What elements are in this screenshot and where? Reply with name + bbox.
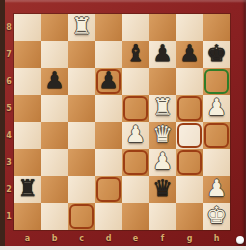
square-f5[interactable]: ♜ [149,95,176,122]
square-c4[interactable] [68,122,95,149]
square-h4[interactable] [203,122,230,149]
square-d1[interactable] [95,203,122,230]
rank-label-4: 4 [4,122,14,149]
square-b5[interactable] [41,95,68,122]
file-label-e: e [122,233,149,245]
square-g4[interactable] [176,122,203,149]
highlight-outline-e5 [123,96,148,121]
piece-black-rook-a2[interactable]: ♜ [17,177,38,200]
square-h6[interactable] [203,68,230,95]
square-b4[interactable] [41,122,68,149]
file-label-g: g [176,233,203,245]
square-b3[interactable] [41,149,68,176]
piece-white-pawn-f3[interactable]: ♟ [152,150,173,173]
square-g7[interactable]: ♟ [176,41,203,68]
chessboard: ♜♝♟♟♚♟♟♜♟♟♛♟♜♛♟♚ [14,14,230,230]
square-d2[interactable] [95,176,122,203]
rank-label-7: 7 [4,41,14,68]
square-c5[interactable] [68,95,95,122]
square-d5[interactable] [95,95,122,122]
square-g1[interactable] [176,203,203,230]
file-label-f: f [149,233,176,245]
rank-label-1: 1 [4,203,14,230]
page-bottom-edge [0,246,246,250]
square-d4[interactable] [95,122,122,149]
square-c6[interactable] [68,68,95,95]
square-a4[interactable] [14,122,41,149]
file-label-a: a [14,233,41,245]
square-c8[interactable]: ♜ [68,14,95,41]
square-a7[interactable] [14,41,41,68]
rank-label-5: 5 [4,95,14,122]
highlight-outline-g4 [177,123,202,148]
square-f6[interactable] [149,68,176,95]
square-c3[interactable] [68,149,95,176]
square-f2[interactable]: ♛ [149,176,176,203]
square-b1[interactable] [41,203,68,230]
highlight-outline-e3 [123,150,148,175]
square-a6[interactable] [14,68,41,95]
rank-label-8: 8 [4,14,14,41]
chessboard-frame: ♜♝♟♟♚♟♟♜♟♟♛♟♜♛♟♚ 87654321 abcdefgh [0,0,246,250]
square-f1[interactable] [149,203,176,230]
highlight-outline-h4 [204,123,229,148]
rank-label-3: 3 [4,149,14,176]
rank-label-6: 6 [4,68,14,95]
square-h5[interactable]: ♟ [203,95,230,122]
highlight-outline-c1 [69,204,94,229]
square-e3[interactable] [122,149,149,176]
square-g5[interactable] [176,95,203,122]
piece-white-queen-f4[interactable]: ♛ [152,123,173,146]
square-h1[interactable]: ♚ [203,203,230,230]
highlight-outline-d2 [96,177,121,202]
highlight-outline-g3 [177,150,202,175]
square-a8[interactable] [14,14,41,41]
square-d8[interactable] [95,14,122,41]
file-label-d: d [95,233,122,245]
square-h2[interactable]: ♟ [203,176,230,203]
square-d3[interactable] [95,149,122,176]
piece-black-pawn-d6[interactable]: ♟ [98,69,119,92]
piece-white-pawn-h5[interactable]: ♟ [206,96,227,119]
piece-white-rook-f5[interactable]: ♜ [152,96,173,119]
square-a3[interactable] [14,149,41,176]
piece-white-king-h1[interactable]: ♚ [206,204,227,227]
square-e4[interactable]: ♟ [122,122,149,149]
highlight-green-h6 [204,69,229,94]
highlight-outline-g5 [177,96,202,121]
square-g8[interactable] [176,14,203,41]
square-e5[interactable] [122,95,149,122]
square-b6[interactable]: ♟ [41,68,68,95]
square-c7[interactable] [68,41,95,68]
square-h8[interactable] [203,14,230,41]
piece-black-pawn-g7[interactable]: ♟ [179,42,200,65]
square-c1[interactable] [68,203,95,230]
square-b2[interactable] [41,176,68,203]
square-a1[interactable] [14,203,41,230]
square-g3[interactable] [176,149,203,176]
file-label-b: b [41,233,68,245]
square-h3[interactable] [203,149,230,176]
white-to-move-indicator [236,236,244,244]
file-label-h: h [203,233,230,245]
square-d6[interactable]: ♟ [95,68,122,95]
square-b8[interactable] [41,14,68,41]
square-g2[interactable] [176,176,203,203]
piece-black-pawn-f7[interactable]: ♟ [152,42,173,65]
square-e8[interactable] [122,14,149,41]
piece-white-pawn-e4[interactable]: ♟ [125,123,146,146]
square-e6[interactable] [122,68,149,95]
square-e1[interactable] [122,203,149,230]
file-label-c: c [68,233,95,245]
piece-black-pawn-b6[interactable]: ♟ [44,69,65,92]
square-f8[interactable] [149,14,176,41]
piece-white-pawn-h2[interactable]: ♟ [206,177,227,200]
square-f4[interactable]: ♛ [149,122,176,149]
square-e7[interactable]: ♝ [122,41,149,68]
rank-label-2: 2 [4,176,14,203]
square-a2[interactable]: ♜ [14,176,41,203]
square-c2[interactable] [68,176,95,203]
square-g6[interactable] [176,68,203,95]
piece-white-rook-c8[interactable]: ♜ [71,15,92,38]
square-d7[interactable] [95,41,122,68]
piece-black-bishop-e7[interactable]: ♝ [125,42,146,65]
square-b7[interactable] [41,41,68,68]
piece-black-queen-f2[interactable]: ♛ [152,177,173,200]
piece-black-king-h7[interactable]: ♚ [206,42,227,65]
square-f7[interactable]: ♟ [149,41,176,68]
square-f3[interactable]: ♟ [149,149,176,176]
square-h7[interactable]: ♚ [203,41,230,68]
square-e2[interactable] [122,176,149,203]
square-a5[interactable] [14,95,41,122]
